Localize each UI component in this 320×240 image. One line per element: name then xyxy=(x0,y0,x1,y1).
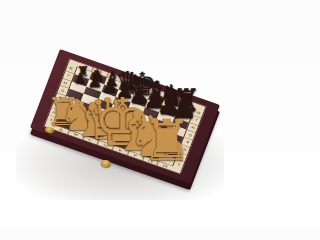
pieces-layer: ♜♞♝♛♚♝♞♜♟♟♟♟♟♟♟♟♟♟♟♟♟♟♟♟♜♞♝♛♚♝♞♜ xyxy=(0,0,228,228)
chess-set-photo: ABCDEFGH ABCDEFGH 87654321 87654321 ♜♞♝♛… xyxy=(0,0,228,228)
black-pawn-a7[interactable]: ♟ xyxy=(74,71,87,85)
white-rook-h1[interactable]: ♜ xyxy=(142,113,192,169)
